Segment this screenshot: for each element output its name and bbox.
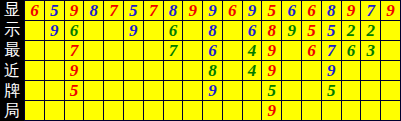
- grid-cell-r1c12: 9: [243, 1, 262, 20]
- grid-cell-r4c16: 9: [322, 61, 341, 80]
- grid-cell-r3c4: [84, 41, 103, 60]
- title-char: 显: [0, 0, 24, 20]
- grid-cell-r1c18: 7: [361, 1, 380, 20]
- grid-cell-r1c7: 7: [144, 1, 163, 20]
- grid-cell-r4c4: [84, 61, 103, 80]
- grid-cell-r2c19: [381, 21, 400, 40]
- grid-cell-r2c1: [25, 21, 44, 40]
- grid-cell-r2c16: 5: [322, 21, 341, 40]
- grid-cell-r4c8: [164, 61, 183, 80]
- grid-cell-r1c8: 8: [164, 1, 183, 20]
- grid-cell-r5c8: [164, 81, 183, 100]
- grid-cell-r4c7: [144, 61, 163, 80]
- grid-cell-r6c4: [84, 101, 103, 120]
- grid-cell-r2c8: 6: [164, 21, 183, 40]
- grid-cell-r3c2: [45, 41, 64, 60]
- grid-cell-r3c10: 6: [203, 41, 222, 60]
- grid-cell-r5c18: [361, 81, 380, 100]
- grid-cell-r1c15: 6: [302, 1, 321, 20]
- grid-cell-r3c3: 7: [65, 41, 84, 60]
- grid-cell-r3c18: 3: [361, 41, 380, 60]
- grid-cell-r4c18: [361, 61, 380, 80]
- grid-cell-r2c6: 9: [124, 21, 143, 40]
- grid-cell-r5c4: [84, 81, 103, 100]
- grid-cell-r1c14: 6: [282, 1, 301, 20]
- grid-cell-r2c11: [223, 21, 242, 40]
- title-char: 近: [0, 61, 24, 81]
- grid-cell-r6c12: [243, 101, 262, 120]
- grid-cell-r5c15: [302, 81, 321, 100]
- grid-cell-r4c9: [183, 61, 202, 80]
- grid-cell-r5c10: 9: [203, 81, 222, 100]
- grid-cell-r4c1: [25, 61, 44, 80]
- grid-cell-r5c7: [144, 81, 163, 100]
- grid-cell-r1c6: 5: [124, 1, 143, 20]
- grid-cell-r3c1: [25, 41, 44, 60]
- grid-cell-r6c19: [381, 101, 400, 120]
- grid-cell-r3c14: [282, 41, 301, 60]
- grid-cell-r4c5: [104, 61, 123, 80]
- grid-cell-r3c13: 9: [262, 41, 281, 60]
- grid-cell-r2c9: [183, 21, 202, 40]
- title-char: 最: [0, 40, 24, 60]
- grid-cell-r6c17: [342, 101, 361, 120]
- grid-cell-r4c19: [381, 61, 400, 80]
- grid-cell-r5c13: 5: [262, 81, 281, 100]
- grid-cell-r5c11: [223, 81, 242, 100]
- grid-cell-r6c14: [282, 101, 301, 120]
- grid-cell-r2c2: 9: [45, 21, 64, 40]
- board-title-vertical: 显 示 最 近 牌 局: [0, 0, 24, 121]
- grid-cell-r4c12: 4: [243, 61, 262, 80]
- title-char: 示: [0, 20, 24, 40]
- grid-cell-r5c16: 5: [322, 81, 341, 100]
- grid-cell-r3c19: [381, 41, 400, 60]
- grid-cell-r6c9: [183, 101, 202, 120]
- points-grid: 6598757899695668979969686895522776496763…: [24, 0, 401, 121]
- grid-cell-r1c9: 9: [183, 1, 202, 20]
- grid-cell-r1c13: 5: [262, 1, 281, 20]
- grid-cell-r2c17: 2: [342, 21, 361, 40]
- grid-cell-r3c8: 7: [164, 41, 183, 60]
- grid-cell-r1c17: 9: [342, 1, 361, 20]
- grid-cell-r3c17: 6: [342, 41, 361, 60]
- grid-cell-r4c15: [302, 61, 321, 80]
- grid-cell-r2c12: 6: [243, 21, 262, 40]
- grid-cell-r6c15: [302, 101, 321, 120]
- grid-cell-r5c19: [381, 81, 400, 100]
- grid-cell-r1c5: 7: [104, 1, 123, 20]
- grid-cell-r3c5: [104, 41, 123, 60]
- grid-cell-r5c3: 5: [65, 81, 84, 100]
- grid-cell-r1c1: 6: [25, 1, 44, 20]
- grid-cell-r2c15: 5: [302, 21, 321, 40]
- grid-cell-r1c10: 9: [203, 1, 222, 20]
- title-char: 局: [0, 101, 24, 121]
- grid-cell-r2c10: 8: [203, 21, 222, 40]
- grid-cell-r3c9: [183, 41, 202, 60]
- grid-cell-r3c16: 7: [322, 41, 341, 60]
- grid-cell-r4c6: [124, 61, 143, 80]
- grid-cell-r5c1: [25, 81, 44, 100]
- grid-cell-r1c3: 9: [65, 1, 84, 20]
- grid-cell-r1c11: 6: [223, 1, 242, 20]
- grid-cell-r3c7: [144, 41, 163, 60]
- grid-cell-r4c11: [223, 61, 242, 80]
- grid-cell-r6c2: [45, 101, 64, 120]
- grid-cell-r3c12: 4: [243, 41, 262, 60]
- grid-cell-r2c5: [104, 21, 123, 40]
- grid-cell-r1c2: 5: [45, 1, 64, 20]
- grid-cell-r5c2: [45, 81, 64, 100]
- grid-cell-r3c6: [124, 41, 143, 60]
- grid-cell-r4c3: 9: [65, 61, 84, 80]
- grid-cell-r1c19: 9: [381, 1, 400, 20]
- title-char: 牌: [0, 81, 24, 101]
- grid-cell-r6c6: [124, 101, 143, 120]
- grid-cell-r6c13: 9: [262, 101, 281, 120]
- grid-cell-r5c12: [243, 81, 262, 100]
- grid-cell-r2c7: [144, 21, 163, 40]
- grid-cell-r6c3: [65, 101, 84, 120]
- grid-cell-r3c15: 6: [302, 41, 321, 60]
- grid-cell-r2c14: 9: [282, 21, 301, 40]
- grid-cell-r2c18: 2: [361, 21, 380, 40]
- grid-cell-r2c3: 6: [65, 21, 84, 40]
- grid-cell-r4c2: [45, 61, 64, 80]
- grid-cell-r6c16: [322, 101, 341, 120]
- grid-cell-r6c5: [104, 101, 123, 120]
- grid-cell-r6c1: [25, 101, 44, 120]
- grid-cell-r4c17: [342, 61, 361, 80]
- grid-cell-r5c9: [183, 81, 202, 100]
- recent-rounds-board: 显 示 最 近 牌 局 6598757899695668979969686895…: [0, 0, 401, 121]
- grid-cell-r6c18: [361, 101, 380, 120]
- grid-cell-r5c14: [282, 81, 301, 100]
- grid-cell-r6c10: [203, 101, 222, 120]
- grid-cell-r4c14: [282, 61, 301, 80]
- grid-cell-r6c7: [144, 101, 163, 120]
- grid-cell-r6c8: [164, 101, 183, 120]
- grid-cell-r2c4: [84, 21, 103, 40]
- grid-cell-r5c6: [124, 81, 143, 100]
- grid-cell-r2c13: 8: [262, 21, 281, 40]
- grid-cell-r1c16: 8: [322, 1, 341, 20]
- grid-cell-r1c4: 8: [84, 1, 103, 20]
- grid-cell-r4c10: 8: [203, 61, 222, 80]
- grid-cell-r6c11: [223, 101, 242, 120]
- grid-cell-r4c13: 9: [262, 61, 281, 80]
- grid-cell-r5c17: [342, 81, 361, 100]
- grid-cell-r5c5: [104, 81, 123, 100]
- grid-cell-r3c11: [223, 41, 242, 60]
